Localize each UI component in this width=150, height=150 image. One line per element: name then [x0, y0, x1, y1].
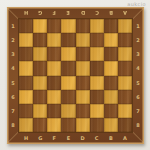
square-g4[interactable]	[33, 61, 47, 75]
square-b5[interactable]	[104, 76, 118, 90]
square-h3[interactable]	[19, 47, 33, 61]
rank-label-right-1: 1	[132, 19, 144, 33]
square-b1[interactable]	[104, 19, 118, 33]
square-f2[interactable]	[47, 33, 61, 47]
square-f5[interactable]	[47, 76, 61, 90]
square-b2[interactable]	[104, 33, 118, 47]
rank-label-left-4: 4	[7, 61, 19, 75]
square-c1[interactable]	[90, 19, 104, 33]
file-label-bottom-g: G	[33, 132, 47, 144]
square-e7[interactable]	[61, 104, 75, 118]
square-e2[interactable]	[61, 33, 75, 47]
file-label-top-f: F	[47, 7, 61, 19]
file-label-bottom-a: A	[118, 132, 132, 144]
rank-label-right-5: 5	[132, 76, 144, 90]
rank-labels-left: 12345678	[7, 19, 19, 132]
square-a2[interactable]	[118, 33, 132, 47]
rank-label-left-1: 1	[7, 19, 19, 33]
square-c2[interactable]	[90, 33, 104, 47]
square-c3[interactable]	[90, 47, 104, 61]
square-b4[interactable]	[104, 61, 118, 75]
square-b8[interactable]	[104, 118, 118, 132]
file-label-bottom-c: C	[90, 132, 104, 144]
square-e3[interactable]	[61, 47, 75, 61]
square-a3[interactable]	[118, 47, 132, 61]
square-e5[interactable]	[61, 76, 75, 90]
square-d6[interactable]	[76, 90, 90, 104]
square-h2[interactable]	[19, 33, 33, 47]
frame-miter-bottom-left	[6, 131, 19, 144]
file-label-top-g: G	[33, 7, 47, 19]
rank-label-left-3: 3	[7, 47, 19, 61]
square-a6[interactable]	[118, 90, 132, 104]
square-a7[interactable]	[118, 104, 132, 118]
photo-background: aukcio HGFEDCBA HGFEDCBA 12345678 123456…	[0, 0, 150, 150]
square-g1[interactable]	[33, 19, 47, 33]
square-f8[interactable]	[47, 118, 61, 132]
square-h7[interactable]	[19, 104, 33, 118]
chess-board: HGFEDCBA HGFEDCBA 12345678 12345678	[7, 7, 144, 144]
rank-labels-right: 12345678	[132, 19, 144, 132]
file-label-top-e: E	[61, 7, 75, 19]
rank-label-left-5: 5	[7, 76, 19, 90]
square-f1[interactable]	[47, 19, 61, 33]
file-label-top-d: D	[76, 7, 90, 19]
square-e8[interactable]	[61, 118, 75, 132]
square-f7[interactable]	[47, 104, 61, 118]
square-f6[interactable]	[47, 90, 61, 104]
rank-label-right-8: 8	[132, 118, 144, 132]
rank-label-right-2: 2	[132, 33, 144, 47]
square-c8[interactable]	[90, 118, 104, 132]
square-a4[interactable]	[118, 61, 132, 75]
rank-label-right-4: 4	[132, 61, 144, 75]
square-d3[interactable]	[76, 47, 90, 61]
square-a1[interactable]	[118, 19, 132, 33]
file-labels-top: HGFEDCBA	[19, 7, 132, 19]
rank-label-left-2: 2	[7, 33, 19, 47]
file-label-bottom-d: D	[76, 132, 90, 144]
square-d1[interactable]	[76, 19, 90, 33]
square-g5[interactable]	[33, 76, 47, 90]
file-label-top-a: A	[118, 7, 132, 19]
square-b3[interactable]	[104, 47, 118, 61]
square-a5[interactable]	[118, 76, 132, 90]
square-g7[interactable]	[33, 104, 47, 118]
square-a8[interactable]	[118, 118, 132, 132]
square-f3[interactable]	[47, 47, 61, 61]
square-c5[interactable]	[90, 76, 104, 90]
square-b6[interactable]	[104, 90, 118, 104]
square-c4[interactable]	[90, 61, 104, 75]
rank-label-left-8: 8	[7, 118, 19, 132]
square-d7[interactable]	[76, 104, 90, 118]
square-g6[interactable]	[33, 90, 47, 104]
square-h6[interactable]	[19, 90, 33, 104]
square-e4[interactable]	[61, 61, 75, 75]
rank-label-left-6: 6	[7, 90, 19, 104]
file-labels-bottom: HGFEDCBA	[19, 132, 132, 144]
file-label-bottom-b: B	[104, 132, 118, 144]
square-g3[interactable]	[33, 47, 47, 61]
rank-label-right-7: 7	[132, 104, 144, 118]
square-h1[interactable]	[19, 19, 33, 33]
square-d2[interactable]	[76, 33, 90, 47]
square-d4[interactable]	[76, 61, 90, 75]
file-label-top-h: H	[19, 7, 33, 19]
frame-miter-top-right	[132, 7, 145, 20]
rank-label-right-3: 3	[132, 47, 144, 61]
file-label-bottom-f: F	[47, 132, 61, 144]
square-h5[interactable]	[19, 76, 33, 90]
square-d5[interactable]	[76, 76, 90, 90]
file-label-bottom-h: H	[19, 132, 33, 144]
square-d8[interactable]	[76, 118, 90, 132]
rank-label-left-7: 7	[7, 104, 19, 118]
square-c7[interactable]	[90, 104, 104, 118]
board-grid	[19, 19, 132, 132]
square-h4[interactable]	[19, 61, 33, 75]
file-label-top-c: C	[90, 7, 104, 19]
square-f4[interactable]	[47, 61, 61, 75]
square-h8[interactable]	[19, 118, 33, 132]
frame-miter-top-left	[6, 7, 19, 20]
square-b7[interactable]	[104, 104, 118, 118]
square-g8[interactable]	[33, 118, 47, 132]
square-g2[interactable]	[33, 33, 47, 47]
square-e6[interactable]	[61, 90, 75, 104]
file-label-bottom-e: E	[61, 132, 75, 144]
frame-miter-bottom-right	[132, 131, 145, 144]
rank-label-right-6: 6	[132, 90, 144, 104]
file-label-top-b: B	[104, 7, 118, 19]
square-c6[interactable]	[90, 90, 104, 104]
square-e1[interactable]	[61, 19, 75, 33]
